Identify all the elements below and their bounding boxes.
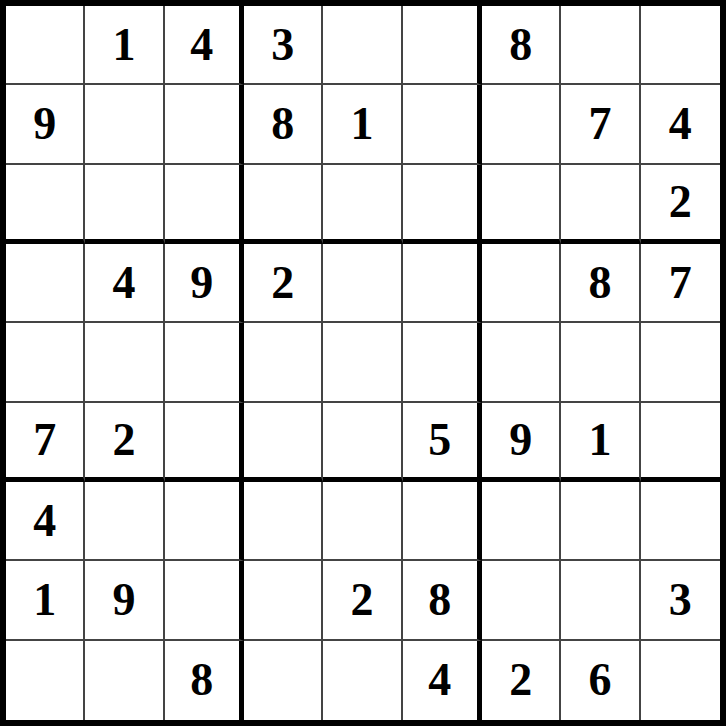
cell-r5c7[interactable] — [482, 323, 561, 402]
cell-r3c1[interactable] — [6, 165, 85, 244]
cell-r5c5[interactable] — [323, 323, 402, 402]
cell-r6c7[interactable]: 9 — [482, 403, 561, 482]
cell-r4c5[interactable] — [323, 244, 402, 323]
cell-r7c6[interactable] — [403, 482, 482, 561]
cell-r9c5[interactable] — [323, 641, 402, 720]
cell-r1c2[interactable]: 1 — [85, 6, 164, 85]
cell-r9c1[interactable] — [6, 641, 85, 720]
cell-r5c4[interactable] — [244, 323, 323, 402]
cell-r1c4[interactable]: 3 — [244, 6, 323, 85]
cell-r1c8[interactable] — [561, 6, 640, 85]
cell-r5c8[interactable] — [561, 323, 640, 402]
cell-r4c8[interactable]: 8 — [561, 244, 640, 323]
cell-r3c6[interactable] — [403, 165, 482, 244]
cell-r3c4[interactable] — [244, 165, 323, 244]
cell-r2c4[interactable]: 8 — [244, 85, 323, 164]
cell-r2c8[interactable]: 7 — [561, 85, 640, 164]
cell-r4c2[interactable]: 4 — [85, 244, 164, 323]
cell-r1c9[interactable] — [641, 6, 720, 85]
cell-r9c3[interactable]: 8 — [165, 641, 244, 720]
cell-r8c9[interactable]: 3 — [641, 561, 720, 640]
cell-r2c9[interactable]: 4 — [641, 85, 720, 164]
cell-r4c3[interactable]: 9 — [165, 244, 244, 323]
cell-r9c8[interactable]: 6 — [561, 641, 640, 720]
cell-r6c2[interactable]: 2 — [85, 403, 164, 482]
cell-r6c9[interactable] — [641, 403, 720, 482]
cell-r8c6[interactable]: 8 — [403, 561, 482, 640]
cell-r1c6[interactable] — [403, 6, 482, 85]
cell-r1c1[interactable] — [6, 6, 85, 85]
cell-r3c3[interactable] — [165, 165, 244, 244]
cell-r8c8[interactable] — [561, 561, 640, 640]
cell-r9c7[interactable]: 2 — [482, 641, 561, 720]
cell-r3c7[interactable] — [482, 165, 561, 244]
cell-r6c5[interactable] — [323, 403, 402, 482]
cell-r7c9[interactable] — [641, 482, 720, 561]
cell-r8c2[interactable]: 9 — [85, 561, 164, 640]
cell-r7c7[interactable] — [482, 482, 561, 561]
cell-r7c4[interactable] — [244, 482, 323, 561]
cell-r8c4[interactable] — [244, 561, 323, 640]
cell-r5c2[interactable] — [85, 323, 164, 402]
cell-r8c1[interactable]: 1 — [6, 561, 85, 640]
cell-r4c7[interactable] — [482, 244, 561, 323]
cell-r2c3[interactable] — [165, 85, 244, 164]
cell-r4c4[interactable]: 2 — [244, 244, 323, 323]
cell-r7c1[interactable]: 4 — [6, 482, 85, 561]
cell-r2c7[interactable] — [482, 85, 561, 164]
cell-r3c2[interactable] — [85, 165, 164, 244]
cell-r5c9[interactable] — [641, 323, 720, 402]
cell-r4c9[interactable]: 7 — [641, 244, 720, 323]
cell-r3c8[interactable] — [561, 165, 640, 244]
cell-r6c1[interactable]: 7 — [6, 403, 85, 482]
sudoku-board: 143898174249287725914192838426 — [0, 0, 726, 726]
cell-r9c6[interactable]: 4 — [403, 641, 482, 720]
cell-r5c3[interactable] — [165, 323, 244, 402]
cell-r9c4[interactable] — [244, 641, 323, 720]
cell-r3c9[interactable]: 2 — [641, 165, 720, 244]
cell-r2c5[interactable]: 1 — [323, 85, 402, 164]
cell-r6c3[interactable] — [165, 403, 244, 482]
cell-r7c2[interactable] — [85, 482, 164, 561]
cell-r7c8[interactable] — [561, 482, 640, 561]
cell-r2c1[interactable]: 9 — [6, 85, 85, 164]
cell-r4c1[interactable] — [6, 244, 85, 323]
cell-r3c5[interactable] — [323, 165, 402, 244]
cell-r9c9[interactable] — [641, 641, 720, 720]
cell-r6c6[interactable]: 5 — [403, 403, 482, 482]
cell-r9c2[interactable] — [85, 641, 164, 720]
cell-r5c1[interactable] — [6, 323, 85, 402]
cell-r1c3[interactable]: 4 — [165, 6, 244, 85]
cell-r6c4[interactable] — [244, 403, 323, 482]
cell-r2c2[interactable] — [85, 85, 164, 164]
cell-r5c6[interactable] — [403, 323, 482, 402]
cell-r2c6[interactable] — [403, 85, 482, 164]
cell-r7c3[interactable] — [165, 482, 244, 561]
cell-r4c6[interactable] — [403, 244, 482, 323]
cell-r8c3[interactable] — [165, 561, 244, 640]
cell-r8c7[interactable] — [482, 561, 561, 640]
cell-r1c5[interactable] — [323, 6, 402, 85]
cell-r8c5[interactable]: 2 — [323, 561, 402, 640]
cell-r6c8[interactable]: 1 — [561, 403, 640, 482]
sudoku-page: 143898174249287725914192838426 — [0, 0, 726, 726]
cell-r1c7[interactable]: 8 — [482, 6, 561, 85]
cell-r7c5[interactable] — [323, 482, 402, 561]
